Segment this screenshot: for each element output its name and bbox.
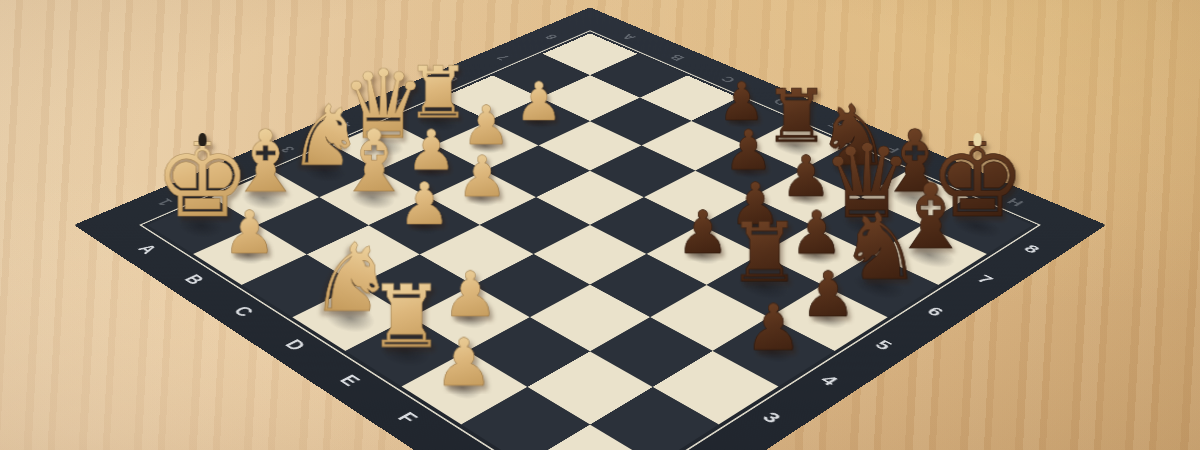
- square-h4[interactable]: ♟: [712, 317, 834, 387]
- piece-glyph: ♟: [685, 296, 862, 360]
- square-g1[interactable]: [461, 387, 590, 450]
- piece-glyph: ♟: [374, 330, 556, 396]
- square-a8[interactable]: [543, 33, 638, 75]
- photo-stage: ABCDEFGH 87654321 ABCDEFGH 87654321 ♟♜♞♝…: [0, 0, 1200, 450]
